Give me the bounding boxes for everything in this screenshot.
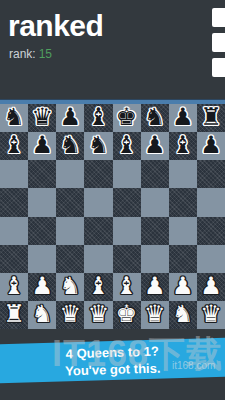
square-c7[interactable]: ♞ <box>56 132 84 160</box>
square-e7[interactable]: ♝ <box>113 132 141 160</box>
square-h7[interactable]: ♟ <box>197 132 225 160</box>
piece-white-queen: ♛ <box>141 300 169 328</box>
square-g4[interactable] <box>169 217 197 245</box>
square-e4[interactable] <box>113 217 141 245</box>
square-g8[interactable]: ♟ <box>169 104 197 132</box>
square-b8[interactable]: ♛ <box>28 104 56 132</box>
rank-line: rank:15 <box>9 47 52 61</box>
piece-white-pawn: ♟ <box>141 272 169 300</box>
square-d8[interactable]: ♝ <box>84 104 112 132</box>
piece-black-bishop: ♝ <box>0 131 28 159</box>
piece-white-queen: ♛ <box>56 300 84 328</box>
square-g6[interactable] <box>169 160 197 188</box>
piece-black-rook: ♜ <box>197 103 225 131</box>
app-screen: { "game": "chess", "app": "Really Bad Ch… <box>0 0 225 400</box>
piece-white-knight: ♞ <box>169 300 197 328</box>
hamburger-menu-icon[interactable] <box>211 0 225 80</box>
square-h5[interactable] <box>197 188 225 216</box>
piece-black-pawn: ♟ <box>197 131 225 159</box>
square-e3[interactable] <box>113 245 141 273</box>
piece-white-queen: ♛ <box>197 300 225 328</box>
square-c1[interactable]: ♛ <box>56 301 84 329</box>
piece-black-bishop: ♝ <box>169 131 197 159</box>
square-c2[interactable]: ♞ <box>56 273 84 301</box>
header: ranked rank:15 <box>0 0 225 99</box>
piece-white-queen: ♛ <box>84 300 112 328</box>
square-g7[interactable]: ♝ <box>169 132 197 160</box>
square-c4[interactable] <box>56 217 84 245</box>
square-e8[interactable]: ♚ <box>113 104 141 132</box>
menu-bar-2 <box>212 33 225 52</box>
piece-black-pawn: ♟ <box>169 103 197 131</box>
square-d2[interactable]: ♝ <box>84 273 112 301</box>
square-g2[interactable]: ♟ <box>169 273 197 301</box>
piece-black-pawn: ♟ <box>56 103 84 131</box>
square-h1[interactable]: ♛ <box>197 301 225 329</box>
square-f8[interactable]: ♞ <box>141 104 169 132</box>
square-g3[interactable] <box>169 245 197 273</box>
square-f6[interactable] <box>141 160 169 188</box>
square-b2[interactable]: ♟ <box>28 273 56 301</box>
watermark-large: IT168下载 <box>52 330 225 379</box>
square-h2[interactable]: ♟ <box>197 273 225 301</box>
square-d5[interactable] <box>84 188 112 216</box>
square-e5[interactable] <box>113 188 141 216</box>
piece-black-queen: ♛ <box>28 103 56 131</box>
square-f5[interactable] <box>141 188 169 216</box>
menu-bar-1 <box>212 8 225 27</box>
square-h3[interactable] <box>197 245 225 273</box>
piece-black-bishop: ♝ <box>84 103 112 131</box>
square-d7[interactable]: ♞ <box>84 132 112 160</box>
square-b6[interactable] <box>28 160 56 188</box>
rank-label: rank: <box>9 47 36 61</box>
piece-black-knight: ♞ <box>84 131 112 159</box>
square-c8[interactable]: ♟ <box>56 104 84 132</box>
square-e1[interactable]: ♚ <box>113 301 141 329</box>
piece-black-knight: ♞ <box>0 103 28 131</box>
square-a6[interactable] <box>0 160 28 188</box>
square-h6[interactable] <box>197 160 225 188</box>
square-b4[interactable] <box>28 217 56 245</box>
square-f2[interactable]: ♟ <box>141 273 169 301</box>
piece-black-pawn: ♟ <box>28 131 56 159</box>
square-c6[interactable] <box>56 160 84 188</box>
square-h8[interactable]: ♜ <box>197 104 225 132</box>
square-e6[interactable] <box>113 160 141 188</box>
piece-black-king: ♚ <box>113 103 141 131</box>
piece-black-knight: ♞ <box>141 103 169 131</box>
chess-board[interactable]: ♞♛♟♝♚♞♟♜♝♟♞♞♝♟♝♟♝♟♞♝♝♟♟♟♜♞♛♛♚♛♞♛ <box>0 104 225 329</box>
piece-white-pawn: ♟ <box>197 272 225 300</box>
square-f7[interactable]: ♟ <box>141 132 169 160</box>
piece-white-rook: ♜ <box>0 300 28 328</box>
square-a5[interactable] <box>0 188 28 216</box>
piece-white-pawn: ♟ <box>28 272 56 300</box>
piece-black-pawn: ♟ <box>141 131 169 159</box>
square-c3[interactable] <box>56 245 84 273</box>
piece-white-knight: ♞ <box>56 272 84 300</box>
piece-white-pawn: ♟ <box>169 272 197 300</box>
square-h4[interactable] <box>197 217 225 245</box>
square-d6[interactable] <box>84 160 112 188</box>
square-b3[interactable] <box>28 245 56 273</box>
square-e2[interactable]: ♝ <box>113 273 141 301</box>
square-a8[interactable]: ♞ <box>0 104 28 132</box>
menu-bar-3 <box>212 58 225 77</box>
square-g5[interactable] <box>169 188 197 216</box>
square-a2[interactable]: ♝ <box>0 273 28 301</box>
piece-white-bishop: ♝ <box>113 272 141 300</box>
square-b5[interactable] <box>28 188 56 216</box>
rank-value: 15 <box>39 47 52 61</box>
square-b1[interactable]: ♞ <box>28 301 56 329</box>
piece-white-knight: ♞ <box>28 300 56 328</box>
piece-white-bishop: ♝ <box>0 272 28 300</box>
piece-black-knight: ♞ <box>56 131 84 159</box>
piece-white-king: ♚ <box>113 300 141 328</box>
square-f3[interactable] <box>141 245 169 273</box>
square-a3[interactable] <box>0 245 28 273</box>
square-b7[interactable]: ♟ <box>28 132 56 160</box>
square-f4[interactable] <box>141 217 169 245</box>
square-f1[interactable]: ♛ <box>141 301 169 329</box>
square-d4[interactable] <box>84 217 112 245</box>
square-a1[interactable]: ♜ <box>0 301 28 329</box>
piece-white-bishop: ♝ <box>84 272 112 300</box>
square-d3[interactable] <box>84 245 112 273</box>
page-title: ranked <box>8 9 103 43</box>
square-g1[interactable]: ♞ <box>169 301 197 329</box>
square-c5[interactable] <box>56 188 84 216</box>
piece-black-bishop: ♝ <box>113 131 141 159</box>
watermark-small: it168.com <box>172 360 215 371</box>
square-a7[interactable]: ♝ <box>0 132 28 160</box>
square-d1[interactable]: ♛ <box>84 301 112 329</box>
square-a4[interactable] <box>0 217 28 245</box>
